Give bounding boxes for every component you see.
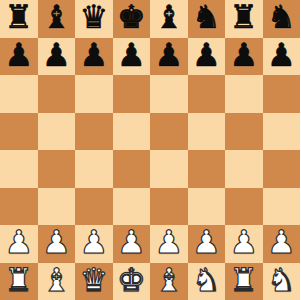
- piece-white-pawn[interactable]: ♟: [42, 225, 71, 262]
- square-b8[interactable]: ♝: [38, 0, 76, 38]
- piece-white-pawn[interactable]: ♟: [229, 225, 258, 262]
- square-c3[interactable]: [75, 188, 113, 226]
- square-g2[interactable]: ♟: [225, 225, 263, 263]
- square-d2[interactable]: ♟: [113, 225, 151, 263]
- square-h2[interactable]: ♟: [263, 225, 301, 263]
- square-f5[interactable]: [188, 113, 226, 151]
- square-c6[interactable]: [75, 75, 113, 113]
- piece-black-pawn[interactable]: ♟: [4, 38, 33, 75]
- piece-black-king[interactable]: ♚: [117, 0, 146, 37]
- square-g7[interactable]: ♟: [225, 38, 263, 76]
- square-b1[interactable]: ♝: [38, 263, 76, 300]
- square-c1[interactable]: ♛: [75, 263, 113, 300]
- square-d5[interactable]: [113, 113, 151, 151]
- square-a7[interactable]: ♟: [0, 38, 38, 76]
- square-b4[interactable]: [38, 150, 76, 188]
- square-f4[interactable]: [188, 150, 226, 188]
- square-b3[interactable]: [38, 188, 76, 226]
- square-b7[interactable]: ♟: [38, 38, 76, 76]
- piece-white-knight[interactable]: ♞: [192, 263, 221, 300]
- square-h8[interactable]: ♞: [263, 0, 301, 38]
- piece-white-pawn[interactable]: ♟: [117, 225, 146, 262]
- square-h1[interactable]: ♞: [263, 263, 301, 300]
- piece-white-pawn[interactable]: ♟: [192, 225, 221, 262]
- piece-white-bishop[interactable]: ♝: [42, 263, 71, 300]
- square-e3[interactable]: [150, 188, 188, 226]
- square-e4[interactable]: [150, 150, 188, 188]
- piece-white-pawn[interactable]: ♟: [154, 225, 183, 262]
- square-e7[interactable]: ♟: [150, 38, 188, 76]
- square-e1[interactable]: ♝: [150, 263, 188, 300]
- square-d1[interactable]: ♚: [113, 263, 151, 300]
- square-g4[interactable]: [225, 150, 263, 188]
- piece-black-rook[interactable]: ♜: [4, 0, 33, 37]
- square-d6[interactable]: [113, 75, 151, 113]
- square-h3[interactable]: [263, 188, 301, 226]
- piece-black-pawn[interactable]: ♟: [117, 38, 146, 75]
- square-g1[interactable]: ♜: [225, 263, 263, 300]
- piece-black-queen[interactable]: ♛: [79, 0, 108, 37]
- square-a6[interactable]: [0, 75, 38, 113]
- square-c2[interactable]: ♟: [75, 225, 113, 263]
- square-a3[interactable]: [0, 188, 38, 226]
- piece-black-knight[interactable]: ♞: [267, 0, 296, 37]
- square-c5[interactable]: [75, 113, 113, 151]
- piece-white-bishop[interactable]: ♝: [154, 263, 183, 300]
- square-h6[interactable]: [263, 75, 301, 113]
- square-f1[interactable]: ♞: [188, 263, 226, 300]
- piece-white-rook[interactable]: ♜: [4, 263, 33, 300]
- piece-black-pawn[interactable]: ♟: [192, 38, 221, 75]
- piece-black-pawn[interactable]: ♟: [79, 38, 108, 75]
- piece-black-pawn[interactable]: ♟: [267, 38, 296, 75]
- square-e5[interactable]: [150, 113, 188, 151]
- chess-board[interactable]: ♜♝♛♚♝♞♜♞♟♟♟♟♟♟♟♟♟♟♟♟♟♟♟♟♜♝♛♚♝♞♜♞: [0, 0, 300, 300]
- square-g6[interactable]: [225, 75, 263, 113]
- piece-white-knight[interactable]: ♞: [267, 263, 296, 300]
- piece-black-bishop[interactable]: ♝: [42, 0, 71, 37]
- piece-white-pawn[interactable]: ♟: [267, 225, 296, 262]
- piece-white-pawn[interactable]: ♟: [79, 225, 108, 262]
- square-g5[interactable]: [225, 113, 263, 151]
- square-c7[interactable]: ♟: [75, 38, 113, 76]
- piece-white-rook[interactable]: ♜: [229, 263, 258, 300]
- square-b2[interactable]: ♟: [38, 225, 76, 263]
- piece-black-bishop[interactable]: ♝: [154, 0, 183, 37]
- piece-white-king[interactable]: ♚: [117, 263, 146, 300]
- piece-black-pawn[interactable]: ♟: [154, 38, 183, 75]
- square-f3[interactable]: [188, 188, 226, 226]
- square-d4[interactable]: [113, 150, 151, 188]
- piece-black-pawn[interactable]: ♟: [42, 38, 71, 75]
- square-e8[interactable]: ♝: [150, 0, 188, 38]
- square-h5[interactable]: [263, 113, 301, 151]
- square-a4[interactable]: [0, 150, 38, 188]
- square-c8[interactable]: ♛: [75, 0, 113, 38]
- square-h7[interactable]: ♟: [263, 38, 301, 76]
- square-f6[interactable]: [188, 75, 226, 113]
- square-a2[interactable]: ♟: [0, 225, 38, 263]
- square-e6[interactable]: [150, 75, 188, 113]
- piece-black-rook[interactable]: ♜: [229, 0, 258, 37]
- square-a5[interactable]: [0, 113, 38, 151]
- piece-white-queen[interactable]: ♛: [79, 263, 108, 300]
- square-b5[interactable]: [38, 113, 76, 151]
- square-g8[interactable]: ♜: [225, 0, 263, 38]
- square-b6[interactable]: [38, 75, 76, 113]
- square-c4[interactable]: [75, 150, 113, 188]
- square-a8[interactable]: ♜: [0, 0, 38, 38]
- square-a1[interactable]: ♜: [0, 263, 38, 300]
- square-d7[interactable]: ♟: [113, 38, 151, 76]
- square-h4[interactable]: [263, 150, 301, 188]
- square-f2[interactable]: ♟: [188, 225, 226, 263]
- square-d8[interactable]: ♚: [113, 0, 151, 38]
- piece-black-pawn[interactable]: ♟: [229, 38, 258, 75]
- square-e2[interactable]: ♟: [150, 225, 188, 263]
- square-f7[interactable]: ♟: [188, 38, 226, 76]
- piece-black-knight[interactable]: ♞: [192, 0, 221, 37]
- square-g3[interactable]: [225, 188, 263, 226]
- square-f8[interactable]: ♞: [188, 0, 226, 38]
- square-d3[interactable]: [113, 188, 151, 226]
- piece-white-pawn[interactable]: ♟: [4, 225, 33, 262]
